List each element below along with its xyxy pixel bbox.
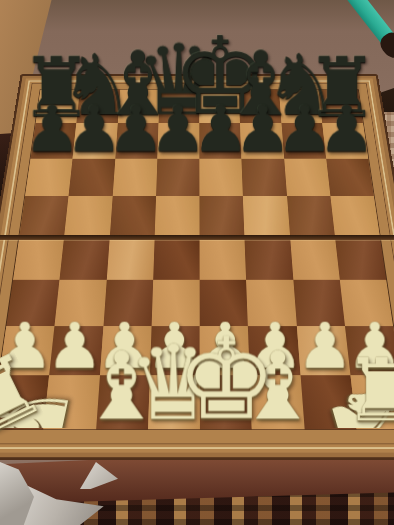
square-e6[interactable] bbox=[199, 158, 243, 196]
square-d6[interactable] bbox=[156, 158, 200, 196]
square-a7[interactable]: ♟ bbox=[31, 123, 77, 158]
square-b5[interactable] bbox=[64, 196, 112, 236]
square-g2[interactable]: ♟ bbox=[296, 326, 350, 376]
square-b3[interactable] bbox=[55, 280, 107, 326]
square-f2[interactable]: ♟ bbox=[248, 326, 300, 376]
square-b6[interactable] bbox=[69, 158, 115, 196]
square-d1[interactable]: ♛ bbox=[148, 376, 200, 430]
white-queen[interactable]: ♛ bbox=[128, 340, 221, 428]
board-fold-seam bbox=[0, 235, 394, 240]
square-h3[interactable] bbox=[340, 280, 394, 326]
square-e2[interactable]: ♟ bbox=[200, 326, 250, 376]
square-d7[interactable]: ♟ bbox=[157, 123, 199, 158]
square-d3[interactable] bbox=[151, 280, 199, 326]
white-pawn[interactable]: ♟ bbox=[347, 320, 394, 374]
square-f5[interactable] bbox=[243, 196, 290, 236]
white-pawn[interactable]: ♟ bbox=[297, 320, 354, 374]
white-pawn[interactable]: ♟ bbox=[0, 320, 53, 374]
square-a2[interactable]: ♟ bbox=[0, 326, 55, 376]
square-g1[interactable]: ♞ bbox=[300, 376, 356, 430]
square-a5[interactable] bbox=[19, 196, 68, 236]
square-e1[interactable]: ♚ bbox=[200, 376, 252, 430]
square-g3[interactable] bbox=[293, 280, 345, 326]
square-h1[interactable]: ♜ bbox=[350, 376, 394, 430]
square-f3[interactable] bbox=[246, 280, 296, 326]
square-c2[interactable]: ♟ bbox=[100, 326, 152, 376]
white-pawn[interactable]: ♟ bbox=[46, 320, 103, 374]
square-c1[interactable]: ♝ bbox=[96, 376, 150, 430]
chess-board-scene: ♜♞♝♛♚♝♞♜♟♟♟♟♟♟♟♟♟♟♟♟♟♟♟♟♜♞♝♛♚♝♞♜ bbox=[0, 122, 394, 460]
square-a4[interactable] bbox=[13, 236, 64, 279]
square-b4[interactable] bbox=[60, 236, 110, 279]
square-b2[interactable]: ♟ bbox=[49, 326, 103, 376]
square-e5[interactable] bbox=[199, 196, 244, 236]
square-h4[interactable] bbox=[335, 236, 386, 279]
square-e7[interactable]: ♟ bbox=[199, 123, 241, 158]
white-pawn[interactable]: ♟ bbox=[197, 320, 254, 374]
square-d2[interactable]: ♟ bbox=[150, 326, 200, 376]
square-c4[interactable] bbox=[106, 236, 154, 279]
frame-inlay-line-inner bbox=[0, 83, 394, 444]
white-bishop[interactable]: ♝ bbox=[80, 348, 164, 428]
square-h5[interactable] bbox=[330, 196, 380, 236]
white-king[interactable]: ♚ bbox=[175, 332, 276, 428]
square-h2[interactable]: ♟ bbox=[345, 326, 394, 376]
square-b1[interactable]: ♞ bbox=[44, 376, 100, 430]
white-pawn[interactable]: ♟ bbox=[247, 320, 304, 374]
chess-board: ♜♞♝♛♚♝♞♜♟♟♟♟♟♟♟♟♟♟♟♟♟♟♟♟♜♞♝♛♚♝♞♜ bbox=[0, 74, 394, 460]
square-e3[interactable] bbox=[200, 280, 248, 326]
square-g6[interactable] bbox=[284, 158, 330, 196]
square-g5[interactable] bbox=[287, 196, 335, 236]
white-pawn[interactable]: ♟ bbox=[96, 320, 153, 374]
white-bishop[interactable]: ♝ bbox=[236, 348, 320, 428]
square-f7[interactable]: ♟ bbox=[240, 123, 284, 158]
white-rook[interactable]: ♜ bbox=[0, 344, 53, 444]
square-a6[interactable] bbox=[25, 158, 73, 196]
black-pawn[interactable]: ♟ bbox=[318, 103, 376, 158]
white-knight[interactable]: ♞ bbox=[319, 368, 394, 466]
square-c6[interactable] bbox=[112, 158, 157, 196]
square-b7[interactable]: ♟ bbox=[73, 123, 118, 158]
square-f6[interactable] bbox=[242, 158, 287, 196]
square-c3[interactable] bbox=[103, 280, 153, 326]
square-c5[interactable] bbox=[109, 196, 155, 236]
square-f4[interactable] bbox=[245, 236, 293, 279]
board-grid: ♜♞♝♛♚♝♞♜♟♟♟♟♟♟♟♟♟♟♟♟♟♟♟♟♜♞♝♛♚♝♞♜ bbox=[0, 89, 394, 430]
square-a1[interactable]: ♜ bbox=[0, 376, 49, 430]
square-a3[interactable] bbox=[6, 280, 59, 326]
square-g7[interactable]: ♟ bbox=[281, 123, 326, 158]
square-d4[interactable] bbox=[153, 236, 200, 279]
square-g4[interactable] bbox=[290, 236, 340, 279]
photo-scene: ♜♞♝♛♚♝♞♜♟♟♟♟♟♟♟♟♟♟♟♟♟♟♟♟♜♞♝♛♚♝♞♜ bbox=[0, 0, 394, 525]
square-d5[interactable] bbox=[154, 196, 199, 236]
square-h7[interactable]: ♟ bbox=[322, 123, 368, 158]
frame-inlay-line bbox=[0, 81, 394, 449]
square-h6[interactable] bbox=[326, 158, 374, 196]
square-f1[interactable]: ♝ bbox=[250, 376, 304, 430]
white-knight[interactable]: ♞ bbox=[0, 373, 78, 467]
white-rook[interactable]: ♜ bbox=[343, 354, 394, 428]
square-e4[interactable] bbox=[200, 236, 247, 279]
white-pawn[interactable]: ♟ bbox=[146, 320, 203, 374]
square-c7[interactable]: ♟ bbox=[115, 123, 158, 158]
